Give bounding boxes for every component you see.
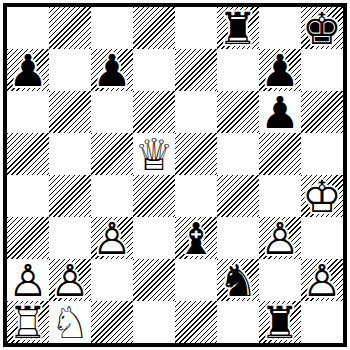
piece-black-rook-f8: ♜	[217, 7, 259, 49]
black-rook-icon: ♜	[259, 301, 301, 343]
square-h8[interactable]: ♚	[301, 7, 343, 49]
square-a4[interactable]	[7, 175, 49, 217]
piece-black-bishop-e3: ♝	[175, 217, 217, 259]
square-f7[interactable]	[217, 49, 259, 91]
square-b6[interactable]	[49, 91, 91, 133]
piece-black-knight-f2: ♞	[217, 259, 259, 301]
square-f8[interactable]: ♜	[217, 7, 259, 49]
square-b5[interactable]	[49, 133, 91, 175]
square-e3[interactable]: ♝	[175, 217, 217, 259]
square-c7[interactable]: ♟	[91, 49, 133, 91]
square-g4[interactable]	[259, 175, 301, 217]
white-pawn-outline-icon: ♙	[7, 259, 49, 301]
square-d4[interactable]	[133, 175, 175, 217]
square-h3[interactable]	[301, 217, 343, 259]
piece-white-pawn-c3: ♟♙	[91, 217, 133, 259]
square-c1[interactable]	[91, 301, 133, 343]
square-a8[interactable]	[7, 7, 49, 49]
square-a3[interactable]	[7, 217, 49, 259]
square-c8[interactable]	[91, 7, 133, 49]
white-pawn-outline-icon: ♙	[259, 217, 301, 259]
square-f4[interactable]	[217, 175, 259, 217]
square-h7[interactable]	[301, 49, 343, 91]
square-h2[interactable]: ♟♙	[301, 259, 343, 301]
square-e6[interactable]	[175, 91, 217, 133]
black-pawn-icon: ♟	[7, 49, 49, 91]
square-a5[interactable]	[7, 133, 49, 175]
square-f2[interactable]: ♞	[217, 259, 259, 301]
piece-white-knight-b1: ♞♘	[49, 301, 91, 343]
chess-diagram: ♜♚♟♟♟♟♛♕♚♔♟♙♝♟♙♟♙♟♙♞♟♙♜♖♞♘♜	[0, 0, 350, 350]
piece-white-pawn-g3: ♟♙	[259, 217, 301, 259]
white-knight-outline-icon: ♘	[49, 301, 91, 343]
square-f3[interactable]	[217, 217, 259, 259]
piece-black-pawn-g6: ♟	[259, 91, 301, 133]
square-a7[interactable]: ♟	[7, 49, 49, 91]
square-c4[interactable]	[91, 175, 133, 217]
white-rook-outline-icon: ♖	[7, 301, 49, 343]
square-h5[interactable]	[301, 133, 343, 175]
square-c5[interactable]	[91, 133, 133, 175]
chessboard: ♜♚♟♟♟♟♛♕♚♔♟♙♝♟♙♟♙♟♙♞♟♙♜♖♞♘♜	[3, 3, 347, 347]
square-h1[interactable]	[301, 301, 343, 343]
square-b2[interactable]: ♟♙	[49, 259, 91, 301]
square-h4[interactable]: ♚♔	[301, 175, 343, 217]
square-c3[interactable]: ♟♙	[91, 217, 133, 259]
square-a1[interactable]: ♜♖	[7, 301, 49, 343]
piece-black-pawn-g7: ♟	[259, 49, 301, 91]
square-a2[interactable]: ♟♙	[7, 259, 49, 301]
piece-black-king-h8: ♚	[301, 7, 343, 49]
square-e2[interactable]	[175, 259, 217, 301]
black-king-icon: ♚	[301, 7, 343, 49]
square-d3[interactable]	[133, 217, 175, 259]
square-g1[interactable]: ♜	[259, 301, 301, 343]
black-pawn-icon: ♟	[259, 49, 301, 91]
square-f5[interactable]	[217, 133, 259, 175]
piece-white-king-h4: ♚♔	[301, 175, 343, 217]
square-d5[interactable]: ♛♕	[133, 133, 175, 175]
square-e4[interactable]	[175, 175, 217, 217]
square-g8[interactable]	[259, 7, 301, 49]
piece-black-rook-g1: ♜	[259, 301, 301, 343]
square-b3[interactable]	[49, 217, 91, 259]
square-g7[interactable]: ♟	[259, 49, 301, 91]
square-d1[interactable]	[133, 301, 175, 343]
piece-white-pawn-a2: ♟♙	[7, 259, 49, 301]
piece-white-pawn-b2: ♟♙	[49, 259, 91, 301]
black-pawn-icon: ♟	[91, 49, 133, 91]
square-b7[interactable]	[49, 49, 91, 91]
black-pawn-icon: ♟	[259, 91, 301, 133]
piece-white-pawn-h2: ♟♙	[301, 259, 343, 301]
square-f6[interactable]	[217, 91, 259, 133]
square-b1[interactable]: ♞♘	[49, 301, 91, 343]
square-g2[interactable]	[259, 259, 301, 301]
black-rook-icon: ♜	[217, 7, 259, 49]
square-b4[interactable]	[49, 175, 91, 217]
white-king-outline-icon: ♔	[301, 175, 343, 217]
square-f1[interactable]	[217, 301, 259, 343]
square-h6[interactable]	[301, 91, 343, 133]
square-b8[interactable]	[49, 7, 91, 49]
square-g5[interactable]	[259, 133, 301, 175]
piece-white-queen-d5: ♛♕	[133, 133, 175, 175]
square-e8[interactable]	[175, 7, 217, 49]
square-g6[interactable]: ♟	[259, 91, 301, 133]
square-c6[interactable]	[91, 91, 133, 133]
square-d8[interactable]	[133, 7, 175, 49]
white-pawn-outline-icon: ♙	[301, 259, 343, 301]
piece-white-rook-a1: ♜♖	[7, 301, 49, 343]
white-pawn-outline-icon: ♙	[91, 217, 133, 259]
square-e5[interactable]	[175, 133, 217, 175]
square-d2[interactable]	[133, 259, 175, 301]
black-bishop-icon: ♝	[175, 217, 217, 259]
piece-black-pawn-c7: ♟	[91, 49, 133, 91]
square-d6[interactable]	[133, 91, 175, 133]
square-d7[interactable]	[133, 49, 175, 91]
square-g3[interactable]: ♟♙	[259, 217, 301, 259]
piece-black-pawn-a7: ♟	[7, 49, 49, 91]
square-e7[interactable]	[175, 49, 217, 91]
square-c2[interactable]	[91, 259, 133, 301]
black-knight-icon: ♞	[217, 259, 259, 301]
square-e1[interactable]	[175, 301, 217, 343]
white-pawn-outline-icon: ♙	[49, 259, 91, 301]
white-queen-outline-icon: ♕	[133, 133, 175, 175]
square-a6[interactable]	[7, 91, 49, 133]
